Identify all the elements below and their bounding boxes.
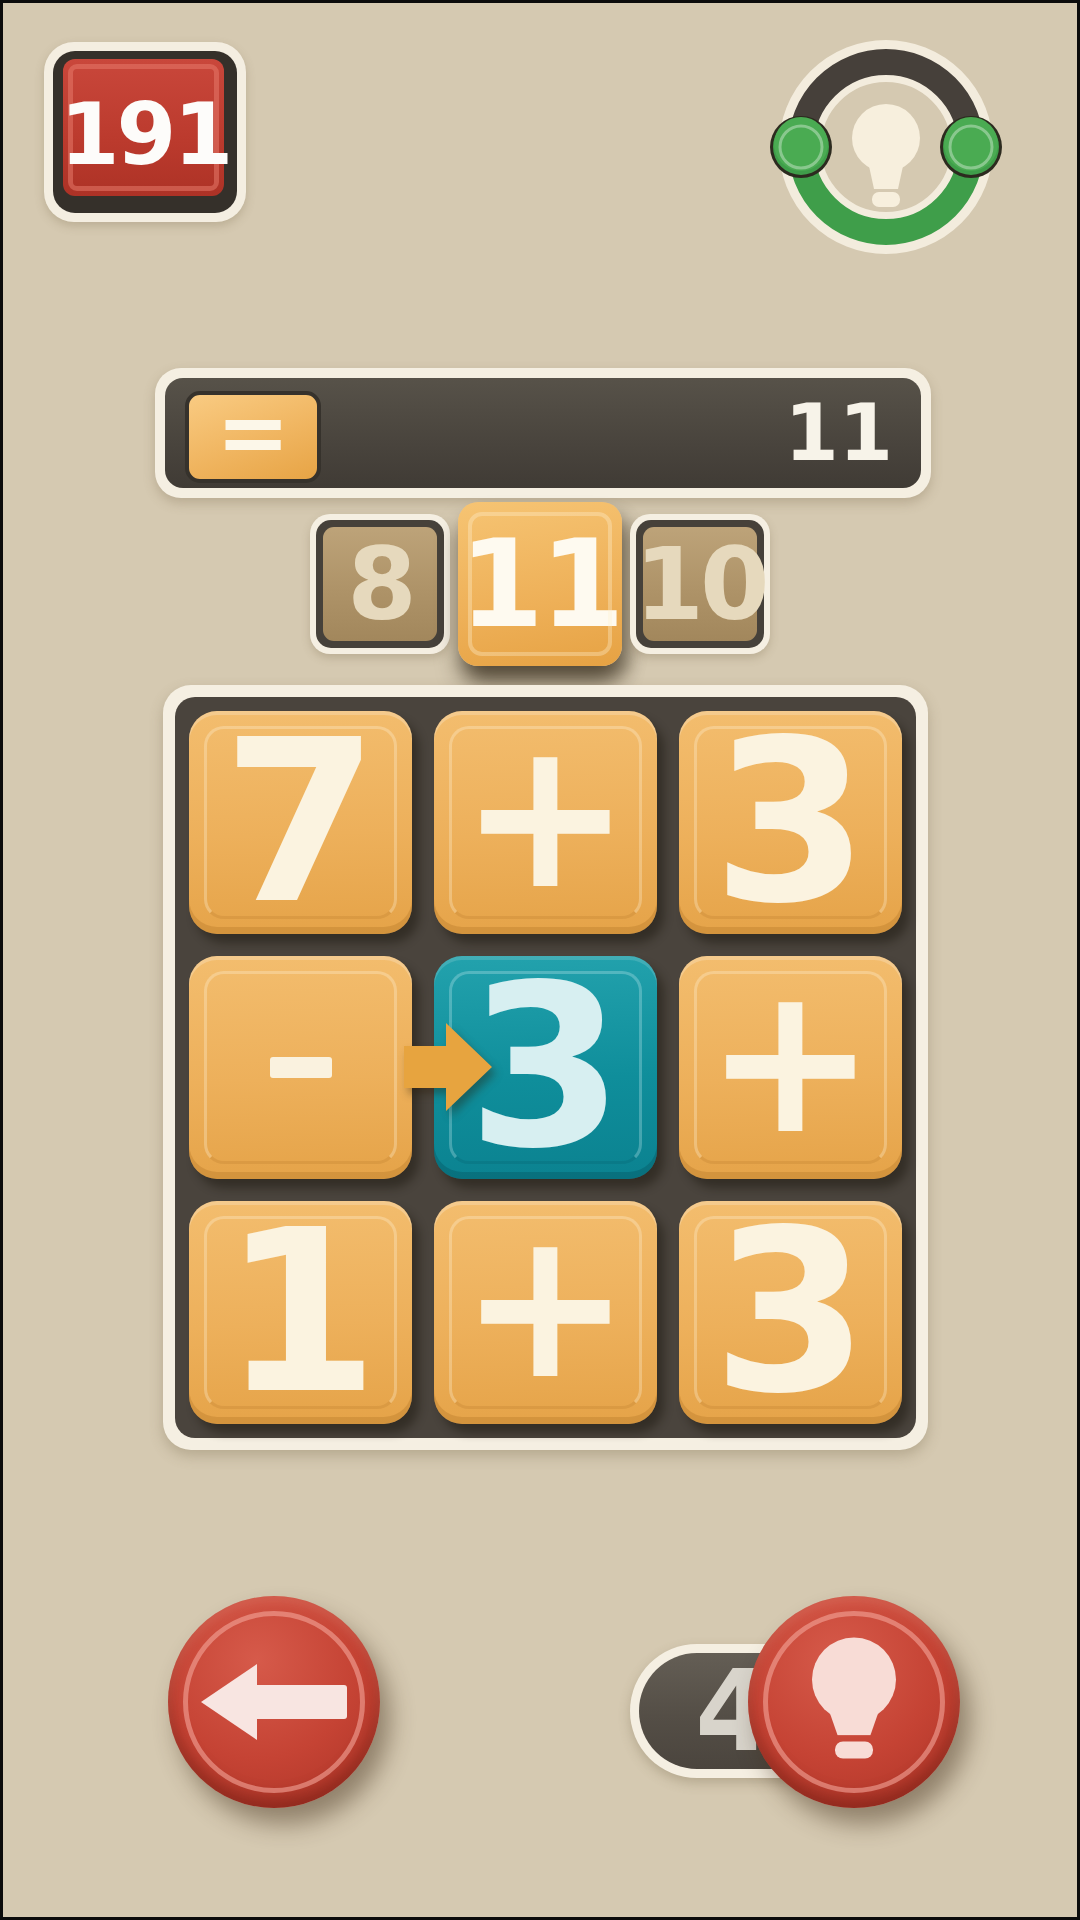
cell-number: 7	[222, 710, 379, 935]
minus-operator	[270, 1057, 332, 1078]
arrow-left-icon	[201, 1664, 347, 1740]
grid-cell-r1c2: +	[434, 711, 657, 934]
equals-sign: =	[216, 433, 290, 441]
cell-number: 3	[712, 1200, 869, 1425]
equals-button: =	[185, 391, 321, 483]
ring-knob-right	[940, 116, 1002, 178]
cell-number: 3	[712, 710, 869, 935]
equation-bar: = 11	[155, 368, 931, 498]
level-number: 191	[44, 42, 246, 222]
lightbulb-icon	[812, 1638, 896, 1762]
puzzle-grid: 7+33+1+3	[175, 697, 916, 1438]
choice-tile-8[interactable]: 8	[310, 514, 450, 654]
plus-operator: +	[460, 713, 632, 932]
grid-cell-r2c3: +	[679, 956, 902, 1179]
equation-target-value: 11	[784, 378, 893, 488]
plus-operator: +	[460, 1203, 632, 1422]
level-badge: 191	[44, 42, 246, 222]
choice-tile-10[interactable]: 10	[630, 514, 770, 654]
ring-knob-left	[770, 116, 832, 178]
equation-bar-inner: = 11	[165, 378, 921, 488]
hint-progress-ring[interactable]	[761, 22, 1011, 272]
choice-tile-11-selected[interactable]: 11	[458, 502, 622, 666]
cell-number: 1	[222, 1200, 379, 1425]
active-cell-arrow-icon	[404, 1021, 494, 1113]
grid-cell-r3c3: 3	[679, 1201, 902, 1424]
plus-operator: +	[705, 958, 877, 1177]
grid-cell-r1c3: 3	[679, 711, 902, 934]
grid-cell-r1c1: 7	[189, 711, 412, 934]
hint-ring-graphic	[761, 22, 1011, 272]
grid-cell-r3c1: 1	[189, 1201, 412, 1424]
grid-cell-r3c2: +	[434, 1201, 657, 1424]
puzzle-board: 7+33+1+3	[163, 685, 928, 1450]
back-button[interactable]	[168, 1596, 380, 1808]
choice-row: 81110	[310, 502, 770, 666]
lightbulb-icon	[852, 104, 920, 207]
grid-cell-r2c1	[189, 956, 412, 1179]
hint-button[interactable]	[748, 1596, 960, 1808]
